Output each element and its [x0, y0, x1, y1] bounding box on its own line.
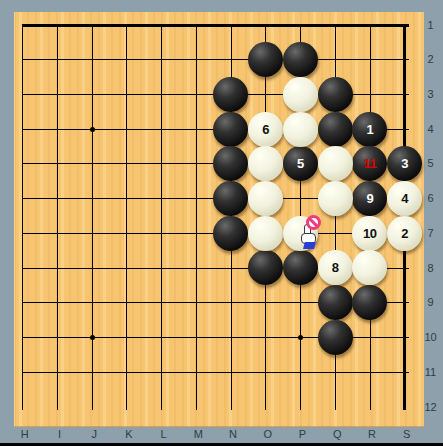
stone-black[interactable]: 1: [352, 112, 387, 147]
stone-black[interactable]: [318, 77, 353, 112]
coord-letter-label: Q: [328, 428, 346, 440]
stone-black[interactable]: [248, 250, 283, 285]
stone-white[interactable]: [318, 181, 353, 216]
move-number: 8: [332, 261, 339, 274]
coord-number-label: 1: [421, 19, 440, 31]
stone-white[interactable]: 6: [248, 112, 283, 147]
stone-black[interactable]: [318, 285, 353, 320]
stone-white[interactable]: 4: [387, 181, 422, 216]
stone-black[interactable]: [318, 112, 353, 147]
coord-number-label: 2: [421, 53, 440, 65]
coord-letter-label: H: [16, 428, 34, 440]
coord-number-label: 10: [421, 331, 440, 343]
stone-black[interactable]: [283, 42, 318, 77]
stone-black[interactable]: [352, 285, 387, 320]
move-number: 9: [366, 192, 373, 205]
stone-black[interactable]: [248, 42, 283, 77]
move-number: 6: [262, 123, 269, 136]
stone-black[interactable]: [213, 77, 248, 112]
coord-letter-label: L: [155, 428, 173, 440]
coord-number-label: 7: [421, 227, 440, 239]
coord-letter-label: I: [50, 428, 68, 440]
stone-black[interactable]: [318, 320, 353, 355]
stone-white[interactable]: [283, 112, 318, 147]
stone-black[interactable]: 3: [387, 146, 422, 181]
move-number: 5: [297, 157, 304, 170]
mouse-cursor-forbidden-icon: [298, 215, 324, 253]
move-number: 3: [401, 157, 408, 170]
move-number: 10: [363, 227, 376, 240]
stone-black[interactable]: [213, 181, 248, 216]
coord-letter-label: R: [363, 428, 381, 440]
stone-white[interactable]: [248, 146, 283, 181]
coord-number-label: 8: [421, 262, 440, 274]
coord-letter-label: P: [294, 428, 312, 440]
move-number: 11: [363, 157, 376, 170]
stone-white[interactable]: [283, 77, 318, 112]
stone-white[interactable]: [352, 250, 387, 285]
coord-letter-label: S: [398, 428, 416, 440]
stone-black[interactable]: [213, 146, 248, 181]
coord-letter-label: N: [224, 428, 242, 440]
coord-number-label: 9: [421, 296, 440, 308]
stone-black[interactable]: [213, 112, 248, 147]
grid-line-h: [22, 372, 408, 373]
coord-number-label: 6: [421, 192, 440, 204]
coord-number-label: 12: [421, 401, 440, 413]
go-board-viewer: 151139641028 HIJKLMNOPQRS123456789101112: [0, 0, 443, 446]
coord-letter-label: K: [120, 428, 138, 440]
move-number: 1: [366, 123, 373, 136]
stone-white[interactable]: [248, 216, 283, 251]
coord-number-label: 3: [421, 88, 440, 100]
stone-white[interactable]: 2: [387, 216, 422, 251]
coord-letter-label: M: [189, 428, 207, 440]
no-entry-icon: [306, 215, 321, 230]
coord-number-label: 11: [421, 366, 440, 378]
stone-white[interactable]: [248, 181, 283, 216]
stones-grid: 151139641028: [5, 8, 422, 355]
move-number: 4: [401, 192, 408, 205]
stone-white[interactable]: 10: [352, 216, 387, 251]
move-number: 2: [401, 227, 408, 240]
stone-black[interactable]: [213, 216, 248, 251]
stone-black[interactable]: 5: [283, 146, 318, 181]
coord-number-label: 4: [421, 123, 440, 135]
coord-number-label: 5: [421, 157, 440, 169]
stone-black[interactable]: 9: [352, 181, 387, 216]
stone-white[interactable]: [318, 146, 353, 181]
hand-cursor-blue-cuff: [303, 242, 315, 249]
stone-black[interactable]: [283, 250, 318, 285]
stone-black[interactable]: 11: [352, 146, 387, 181]
coord-letter-label: O: [259, 428, 277, 440]
stone-white[interactable]: 8: [318, 250, 353, 285]
coord-letter-label: J: [85, 428, 103, 440]
